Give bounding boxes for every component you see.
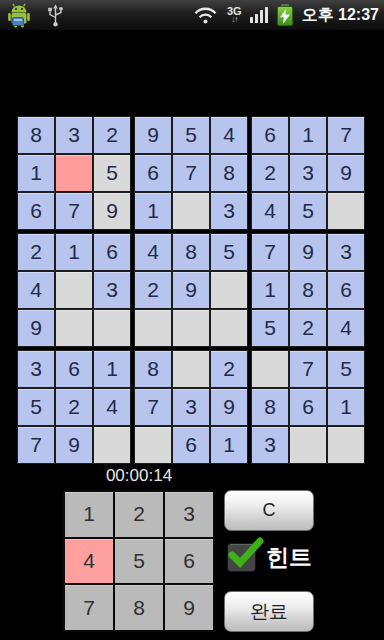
sudoku-cell-r3c4[interactable]: 1: [134, 192, 172, 230]
sudoku-cell-r5c4[interactable]: 2: [134, 271, 172, 309]
usb-icon: [47, 4, 64, 27]
sudoku-cell-r4c2[interactable]: 1: [55, 233, 93, 271]
sudoku-cell-r6c1[interactable]: 9: [17, 309, 55, 347]
sudoku-board: 8321567995467813617239452164394852979318…: [17, 116, 365, 464]
sudoku-cell-r3c9[interactable]: [327, 192, 365, 230]
sudoku-cell-r5c6[interactable]: [210, 271, 248, 309]
sudoku-cell-r1c9[interactable]: 7: [327, 116, 365, 154]
sudoku-cell-r9c9[interactable]: [327, 426, 365, 464]
sudoku-app-screen: 3G ↓↑ 오후 12:37 8321567995467813617239452…: [0, 0, 384, 640]
sudoku-cell-r3c3[interactable]: 9: [93, 192, 131, 230]
sudoku-cell-r5c1[interactable]: 4: [17, 271, 55, 309]
keypad-key-2[interactable]: 2: [115, 492, 163, 537]
sudoku-cell-r7c4[interactable]: 8: [134, 350, 172, 388]
sudoku-cell-r4c1[interactable]: 2: [17, 233, 55, 271]
sudoku-cell-r7c7[interactable]: [251, 350, 289, 388]
sudoku-cell-r2c4[interactable]: 6: [134, 154, 172, 192]
game-timer: 00:00:14: [63, 466, 215, 486]
keypad-key-8[interactable]: 8: [115, 585, 163, 630]
sudoku-cell-r5c9[interactable]: 6: [327, 271, 365, 309]
sudoku-cell-r3c6[interactable]: 3: [210, 192, 248, 230]
sudoku-cell-r6c7[interactable]: 5: [251, 309, 289, 347]
clear-button[interactable]: C: [224, 490, 314, 531]
hint-checkbox[interactable]: [227, 543, 256, 572]
sudoku-cell-r8c3[interactable]: 4: [93, 388, 131, 426]
sudoku-cell-r1c3[interactable]: 2: [93, 116, 131, 154]
sudoku-cell-r3c7[interactable]: 4: [251, 192, 289, 230]
sudoku-cell-r5c2[interactable]: [55, 271, 93, 309]
keypad-key-5[interactable]: 5: [115, 539, 163, 584]
sudoku-cell-r3c8[interactable]: 5: [289, 192, 327, 230]
sudoku-cell-r8c4[interactable]: 7: [134, 388, 172, 426]
sudoku-cell-r2c1[interactable]: 1: [17, 154, 55, 192]
network-3g-icon: 3G ↓↑: [227, 6, 242, 24]
sudoku-box: 8273961: [134, 350, 248, 464]
sudoku-cell-r9c5[interactable]: 6: [172, 426, 210, 464]
sudoku-cell-r7c3[interactable]: 1: [93, 350, 131, 388]
sudoku-cell-r1c8[interactable]: 1: [289, 116, 327, 154]
sudoku-cell-r4c7[interactable]: 7: [251, 233, 289, 271]
sudoku-cell-r4c8[interactable]: 9: [289, 233, 327, 271]
sudoku-cell-r1c1[interactable]: 8: [17, 116, 55, 154]
checkmark-icon: [232, 541, 260, 563]
sudoku-box: 216439: [17, 233, 131, 347]
sudoku-cell-r7c1[interactable]: 3: [17, 350, 55, 388]
number-pad: 123456789: [63, 490, 215, 632]
sudoku-cell-r2c8[interactable]: 3: [289, 154, 327, 192]
sudoku-cell-r3c5[interactable]: [172, 192, 210, 230]
sudoku-cell-r5c3[interactable]: 3: [93, 271, 131, 309]
android-debug-icon: [6, 2, 32, 29]
sudoku-cell-r6c8[interactable]: 2: [289, 309, 327, 347]
sudoku-cell-r8c8[interactable]: 6: [289, 388, 327, 426]
done-button-label: 완료: [250, 599, 288, 625]
sudoku-cell-r8c9[interactable]: 1: [327, 388, 365, 426]
sudoku-cell-r2c5[interactable]: 7: [172, 154, 210, 192]
sudoku-cell-r6c6[interactable]: [210, 309, 248, 347]
sudoku-cell-r9c4[interactable]: [134, 426, 172, 464]
sudoku-cell-r4c6[interactable]: 5: [210, 233, 248, 271]
keypad-key-6[interactable]: 6: [165, 539, 213, 584]
sudoku-cell-r9c7[interactable]: 3: [251, 426, 289, 464]
sudoku-cell-r1c6[interactable]: 4: [210, 116, 248, 154]
sudoku-cell-r6c9[interactable]: 4: [327, 309, 365, 347]
sudoku-cell-r5c7[interactable]: 1: [251, 271, 289, 309]
sudoku-cell-r5c8[interactable]: 8: [289, 271, 327, 309]
sudoku-cell-r4c4[interactable]: 4: [134, 233, 172, 271]
sudoku-box: 83215679: [17, 116, 131, 230]
status-bar: 3G ↓↑ 오후 12:37: [0, 0, 384, 32]
sudoku-cell-r2c9[interactable]: 9: [327, 154, 365, 192]
sudoku-cell-r5c5[interactable]: 9: [172, 271, 210, 309]
battery-charging-icon: [277, 4, 293, 26]
sudoku-cell-r7c5[interactable]: [172, 350, 210, 388]
sudoku-cell-r2c2[interactable]: [55, 154, 93, 192]
sudoku-box: 61723945: [251, 116, 365, 230]
sudoku-cell-r9c3[interactable]: [93, 426, 131, 464]
sudoku-cell-r7c6[interactable]: 2: [210, 350, 248, 388]
sudoku-cell-r2c6[interactable]: 8: [210, 154, 248, 192]
status-time: 오후 12:37: [302, 5, 379, 26]
sudoku-cell-r4c5[interactable]: 8: [172, 233, 210, 271]
sudoku-cell-r6c5[interactable]: [172, 309, 210, 347]
sudoku-box: 95467813: [134, 116, 248, 230]
network-arrows: ↓↑: [231, 16, 237, 24]
done-button[interactable]: 완료: [224, 591, 314, 632]
wifi-icon: [193, 6, 218, 25]
hint-row: 힌트: [227, 543, 312, 572]
sudoku-cell-r9c8[interactable]: [289, 426, 327, 464]
sudoku-cell-r6c4[interactable]: [134, 309, 172, 347]
sudoku-cell-r6c3[interactable]: [93, 309, 131, 347]
hint-label: 힌트: [266, 543, 312, 572]
sudoku-cell-r2c3[interactable]: 5: [93, 154, 131, 192]
sudoku-cell-r7c8[interactable]: 7: [289, 350, 327, 388]
sudoku-cell-r1c2[interactable]: 3: [55, 116, 93, 154]
keypad-key-9[interactable]: 9: [165, 585, 213, 630]
sudoku-cell-r8c2[interactable]: 2: [55, 388, 93, 426]
sudoku-cell-r8c6[interactable]: 9: [210, 388, 248, 426]
sudoku-cell-r7c9[interactable]: 5: [327, 350, 365, 388]
sudoku-cell-r3c1[interactable]: 6: [17, 192, 55, 230]
sudoku-cell-r1c5[interactable]: 5: [172, 116, 210, 154]
sudoku-cell-r1c4[interactable]: 9: [134, 116, 172, 154]
sudoku-box: 48529: [134, 233, 248, 347]
sudoku-cell-r3c2[interactable]: 7: [55, 192, 93, 230]
sudoku-box: 36152479: [17, 350, 131, 464]
sudoku-cell-r4c3[interactable]: 6: [93, 233, 131, 271]
keypad-key-1[interactable]: 1: [65, 492, 113, 537]
sudoku-cell-r9c1[interactable]: 7: [17, 426, 55, 464]
keypad-key-3[interactable]: 3: [165, 492, 213, 537]
sudoku-cell-r1c7[interactable]: 6: [251, 116, 289, 154]
keypad-key-4[interactable]: 4: [65, 539, 113, 584]
sudoku-cell-r6c2[interactable]: [55, 309, 93, 347]
sudoku-cell-r8c5[interactable]: 3: [172, 388, 210, 426]
sudoku-cell-r7c2[interactable]: 6: [55, 350, 93, 388]
sudoku-cell-r4c9[interactable]: 3: [327, 233, 365, 271]
sudoku-box: 758613: [251, 350, 365, 464]
sudoku-cell-r2c7[interactable]: 2: [251, 154, 289, 192]
sudoku-cell-r8c7[interactable]: 8: [251, 388, 289, 426]
sudoku-cell-r9c6[interactable]: 1: [210, 426, 248, 464]
signal-strength-icon: [250, 7, 270, 23]
sudoku-box: 793186524: [251, 233, 365, 347]
sudoku-cell-r9c2[interactable]: 9: [55, 426, 93, 464]
keypad-key-7[interactable]: 7: [65, 585, 113, 630]
sudoku-cell-r8c1[interactable]: 5: [17, 388, 55, 426]
clear-button-label: C: [263, 500, 276, 521]
